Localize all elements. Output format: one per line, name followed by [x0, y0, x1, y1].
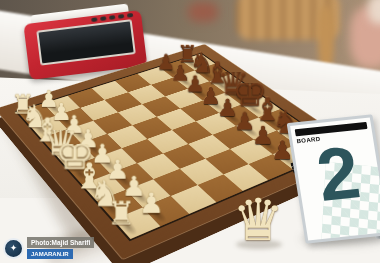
photo-scene: ♜♞♝♛♚♝♞♜♟♟♟♟♟♟♟♟♟♟♟♟♟♟♟♟♜♞♝♛♚♝♞♜ BOARD 2… — [0, 0, 380, 263]
clock-button[interactable] — [100, 16, 106, 21]
clock-screen — [36, 19, 136, 65]
clock-button[interactable] — [118, 14, 124, 19]
watermark: ✦ Photo:Majid Sharifi JAMARAN.IR — [3, 237, 94, 259]
piece-white-pawn[interactable]: ♟ — [134, 183, 168, 217]
watermark-credit: Photo:Majid Sharifi — [27, 237, 94, 248]
clock-button[interactable] — [127, 13, 133, 18]
clock-button[interactable] — [109, 15, 115, 20]
sign-number: 2 — [293, 133, 380, 214]
background-floor-patch — [188, 2, 218, 22]
background-chair-leg — [318, 6, 334, 70]
spare-white-queen[interactable]: ♛ — [226, 184, 290, 248]
piece-white-rook[interactable]: ♜ — [104, 195, 139, 230]
watermark-text: Photo:Majid Sharifi JAMARAN.IR — [27, 237, 94, 259]
clock-button[interactable] — [91, 17, 97, 22]
jamaran-logo-icon: ✦ — [3, 238, 24, 259]
watermark-site: JAMARAN.IR — [27, 249, 73, 259]
